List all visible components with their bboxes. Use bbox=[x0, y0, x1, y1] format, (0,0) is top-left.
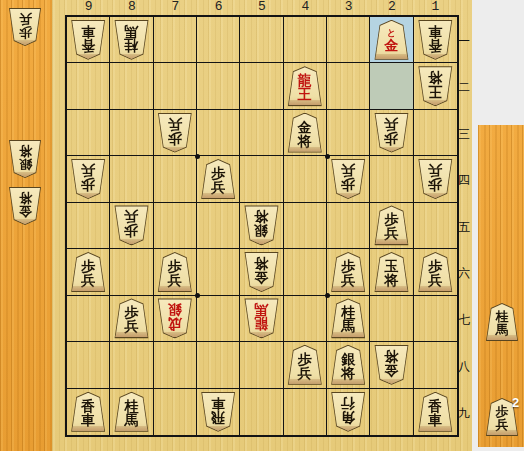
piece-kanji: 歩兵 bbox=[384, 212, 398, 240]
square-23[interactable]: 歩兵 bbox=[370, 110, 413, 156]
file-label-7: 7 bbox=[154, 0, 197, 14]
square-66[interactable] bbox=[197, 249, 240, 295]
square-24[interactable] bbox=[370, 156, 413, 202]
square-17[interactable] bbox=[414, 296, 457, 342]
shogi-app: 歩兵銀将金将 987654321 香車桂馬と金香車龍王王将歩兵金将歩兵歩兵歩兵歩… bbox=[0, 0, 524, 451]
square-19[interactable]: 香車 bbox=[414, 389, 457, 435]
piece-knight[interactable]: 桂馬 bbox=[330, 298, 366, 338]
piece-kanji: 香車 bbox=[428, 399, 442, 427]
piece-face: 歩兵 bbox=[158, 253, 192, 291]
piece-kanji: 歩兵 bbox=[496, 405, 509, 431]
square-59[interactable] bbox=[240, 389, 283, 435]
square-27[interactable] bbox=[370, 296, 413, 342]
piece-face: 桂馬 bbox=[114, 21, 148, 59]
square-73[interactable]: 歩兵 bbox=[154, 110, 197, 156]
piece-kanji: 成銀 bbox=[168, 303, 182, 331]
piece-pawn[interactable]: 歩兵 bbox=[417, 159, 453, 199]
square-15[interactable] bbox=[414, 203, 457, 249]
piece-pawn[interactable]: 歩兵 bbox=[70, 159, 106, 199]
piece-face: 桂馬 bbox=[486, 304, 518, 340]
square-51[interactable] bbox=[240, 17, 283, 63]
rank-label-8: 八 bbox=[456, 358, 472, 375]
piece-kanji: 桂馬 bbox=[124, 25, 138, 53]
piece-face: 桂馬 bbox=[331, 299, 365, 337]
square-88[interactable] bbox=[110, 342, 153, 388]
square-36[interactable]: 歩兵 bbox=[327, 249, 370, 295]
square-71[interactable] bbox=[154, 17, 197, 63]
piece-face: 王将 bbox=[418, 67, 452, 105]
piece-face: 金将 bbox=[9, 188, 41, 224]
piece-kanji: 歩兵 bbox=[81, 259, 95, 287]
square-58[interactable] bbox=[240, 342, 283, 388]
piece-face: 歩兵 bbox=[71, 160, 105, 198]
piece-face: と金 bbox=[374, 21, 408, 59]
file-label-5: 5 bbox=[240, 0, 283, 14]
piece-knight[interactable]: 桂馬 bbox=[485, 303, 519, 341]
piece-kanji: 龍馬 bbox=[254, 303, 268, 331]
piece-face: 玉将 bbox=[374, 253, 408, 291]
piece-kanji: 歩兵 bbox=[124, 210, 138, 238]
piece-face: 歩兵 bbox=[418, 160, 452, 198]
piece-kanji: 金将 bbox=[298, 120, 312, 148]
square-85[interactable]: 歩兵 bbox=[110, 203, 153, 249]
square-13[interactable] bbox=[414, 110, 457, 156]
piece-promoted-silver[interactable]: 成銀 bbox=[157, 298, 193, 338]
piece-face: 歩兵 bbox=[114, 206, 148, 244]
square-96[interactable]: 歩兵 bbox=[67, 249, 110, 295]
square-26[interactable]: 玉将 bbox=[370, 249, 413, 295]
piece-face: 飛車 bbox=[201, 393, 235, 431]
piece-kanji: 歩兵 bbox=[384, 118, 398, 146]
rank-label-6: 六 bbox=[456, 265, 472, 282]
piece-face: 銀将 bbox=[331, 346, 365, 384]
square-43[interactable]: 金将 bbox=[284, 110, 327, 156]
square-82[interactable] bbox=[110, 63, 153, 109]
piece-face: 龍馬 bbox=[244, 299, 278, 337]
square-16[interactable]: 歩兵 bbox=[414, 249, 457, 295]
piece-kanji: 歩兵 bbox=[428, 164, 442, 192]
board-grid: 香車桂馬と金香車龍王王将歩兵金将歩兵歩兵歩兵歩兵歩兵歩兵銀将歩兵歩兵歩兵金将歩兵… bbox=[65, 15, 459, 437]
piece-silver[interactable]: 銀将 bbox=[330, 345, 366, 385]
rank-label-3: 三 bbox=[456, 126, 472, 143]
square-39[interactable]: 角行 bbox=[327, 389, 370, 435]
piece-pawn[interactable]: 歩兵 bbox=[330, 252, 366, 292]
piece-face: 歩兵 bbox=[9, 9, 41, 45]
file-label-4: 4 bbox=[284, 0, 327, 14]
piece-pawn[interactable]: 歩兵 bbox=[330, 159, 366, 199]
piece-knight[interactable]: 桂馬 bbox=[113, 392, 149, 432]
file-label-2: 2 bbox=[370, 0, 413, 14]
square-67[interactable] bbox=[197, 296, 240, 342]
piece-face: 桂馬 bbox=[114, 393, 148, 431]
piece-pawn[interactable]: 歩兵 bbox=[417, 252, 453, 292]
square-94[interactable]: 歩兵 bbox=[67, 156, 110, 202]
piece-face: 歩兵 bbox=[331, 160, 365, 198]
piece-face: 香車 bbox=[418, 393, 452, 431]
piece-kanji: 王将 bbox=[428, 71, 442, 99]
square-55[interactable]: 銀将 bbox=[240, 203, 283, 249]
piece-king[interactable]: 玉将 bbox=[373, 252, 409, 292]
square-56[interactable]: 金将 bbox=[240, 249, 283, 295]
square-46[interactable] bbox=[284, 249, 327, 295]
hand-gote-pawn[interactable]: 歩兵 bbox=[8, 8, 42, 46]
piece-pawn[interactable]: 歩兵 bbox=[70, 252, 106, 292]
square-98[interactable] bbox=[67, 342, 110, 388]
shogi-board: 987654321 香車桂馬と金香車龍王王将歩兵金将歩兵歩兵歩兵歩兵歩兵歩兵銀将… bbox=[52, 0, 472, 451]
square-44[interactable] bbox=[284, 156, 327, 202]
gote-hand-tray: 歩兵銀将金将 bbox=[0, 0, 52, 451]
file-label-6: 6 bbox=[197, 0, 240, 14]
square-22[interactable] bbox=[370, 63, 413, 109]
rank-label-7: 七 bbox=[456, 312, 472, 329]
square-63[interactable] bbox=[197, 110, 240, 156]
piece-face: 歩兵 bbox=[114, 299, 148, 337]
piece-kanji: 歩兵 bbox=[124, 305, 138, 333]
piece-kanji: 歩兵 bbox=[341, 164, 355, 192]
square-21[interactable]: と金 bbox=[370, 17, 413, 63]
piece-kanji: 香車 bbox=[428, 25, 442, 53]
piece-bishop[interactable]: 角行 bbox=[330, 392, 366, 432]
piece-face: 龍王 bbox=[288, 67, 322, 105]
piece-pawn[interactable]: 歩兵 bbox=[373, 205, 409, 245]
piece-lance[interactable]: 香車 bbox=[417, 20, 453, 60]
piece-gold[interactable]: 金将 bbox=[373, 345, 409, 385]
piece-kanji: 玉将 bbox=[384, 259, 398, 287]
piece-kanji: と金 bbox=[384, 29, 398, 52]
square-29[interactable] bbox=[370, 389, 413, 435]
square-34[interactable]: 歩兵 bbox=[327, 156, 370, 202]
piece-kanji: 銀将 bbox=[254, 210, 268, 238]
piece-face: 銀将 bbox=[244, 206, 278, 244]
square-79[interactable] bbox=[154, 389, 197, 435]
piece-pawn[interactable]: 歩兵 bbox=[113, 298, 149, 338]
piece-face: 歩兵 bbox=[374, 206, 408, 244]
file-label-8: 8 bbox=[110, 0, 153, 14]
piece-kanji: 銀将 bbox=[19, 145, 32, 171]
piece-pawn[interactable]: 歩兵 bbox=[287, 345, 323, 385]
square-11[interactable]: 香車 bbox=[414, 17, 457, 63]
piece-kanji: 歩兵 bbox=[298, 352, 312, 380]
sente-hand-tray: 桂馬歩兵2 bbox=[478, 125, 524, 447]
file-label-1: 1 bbox=[414, 0, 457, 14]
piece-pawn[interactable]: 歩兵 bbox=[200, 159, 236, 199]
square-77[interactable]: 成銀 bbox=[154, 296, 197, 342]
square-12[interactable]: 王将 bbox=[414, 63, 457, 109]
piece-tokin[interactable]: と金 bbox=[373, 20, 409, 60]
piece-face: 歩兵 bbox=[331, 253, 365, 291]
piece-kanji: 歩兵 bbox=[19, 13, 32, 39]
square-99[interactable]: 香車 bbox=[67, 389, 110, 435]
square-69[interactable]: 飛車 bbox=[197, 389, 240, 435]
piece-lance[interactable]: 香車 bbox=[417, 392, 453, 432]
square-78[interactable] bbox=[154, 342, 197, 388]
square-53[interactable] bbox=[240, 110, 283, 156]
file-label-9: 9 bbox=[67, 0, 110, 14]
piece-face: 歩兵 bbox=[201, 160, 235, 198]
square-49[interactable] bbox=[284, 389, 327, 435]
piece-pawn[interactable]: 歩兵 bbox=[373, 113, 409, 153]
rank-label-1: 一 bbox=[456, 33, 472, 50]
square-97[interactable] bbox=[67, 296, 110, 342]
piece-gold[interactable]: 金将 bbox=[287, 113, 323, 153]
square-48[interactable]: 歩兵 bbox=[284, 342, 327, 388]
square-54[interactable] bbox=[240, 156, 283, 202]
piece-kanji: 龍王 bbox=[298, 73, 312, 101]
square-62[interactable] bbox=[197, 63, 240, 109]
piece-kanji: 銀将 bbox=[341, 352, 355, 380]
square-91[interactable]: 香車 bbox=[67, 17, 110, 63]
square-28[interactable]: 金将 bbox=[370, 342, 413, 388]
piece-face: 銀将 bbox=[9, 141, 41, 177]
square-95[interactable] bbox=[67, 203, 110, 249]
piece-gold[interactable]: 金将 bbox=[243, 252, 279, 292]
square-68[interactable] bbox=[197, 342, 240, 388]
piece-kanji: 歩兵 bbox=[211, 166, 225, 194]
piece-face: 角行 bbox=[331, 393, 365, 431]
hand-count: 2 bbox=[512, 395, 519, 410]
file-label-3: 3 bbox=[327, 0, 370, 14]
piece-kanji: 香車 bbox=[81, 25, 95, 53]
piece-kanji: 歩兵 bbox=[168, 259, 182, 287]
square-75[interactable] bbox=[154, 203, 197, 249]
piece-face: 歩兵 bbox=[418, 253, 452, 291]
piece-kanji: 歩兵 bbox=[81, 164, 95, 192]
square-31[interactable] bbox=[327, 17, 370, 63]
piece-kanji: 桂馬 bbox=[341, 305, 355, 333]
square-72[interactable] bbox=[154, 63, 197, 109]
square-41[interactable] bbox=[284, 17, 327, 63]
piece-kanji: 角行 bbox=[341, 397, 355, 425]
square-76[interactable]: 歩兵 bbox=[154, 249, 197, 295]
square-92[interactable] bbox=[67, 63, 110, 109]
rank-label-5: 五 bbox=[456, 219, 472, 236]
square-14[interactable]: 歩兵 bbox=[414, 156, 457, 202]
star-point bbox=[325, 293, 330, 298]
piece-face: 金将 bbox=[244, 253, 278, 291]
star-point bbox=[195, 293, 200, 298]
piece-knight[interactable]: 桂馬 bbox=[113, 20, 149, 60]
piece-kanji: 香車 bbox=[81, 399, 95, 427]
piece-face: 歩兵 bbox=[158, 114, 192, 152]
square-89[interactable]: 桂馬 bbox=[110, 389, 153, 435]
piece-pawn[interactable]: 歩兵 bbox=[113, 205, 149, 245]
piece-face: 金将 bbox=[288, 114, 322, 152]
hand-gote-silver[interactable]: 銀将 bbox=[8, 140, 42, 178]
piece-face: 歩兵 bbox=[288, 346, 322, 384]
piece-face: 香車 bbox=[418, 21, 452, 59]
piece-kanji: 桂馬 bbox=[124, 399, 138, 427]
piece-kanji: 金将 bbox=[384, 350, 398, 378]
rank-label-4: 四 bbox=[456, 172, 472, 189]
piece-dragon[interactable]: 龍王 bbox=[287, 66, 323, 106]
piece-kanji: 金将 bbox=[19, 192, 32, 218]
square-57[interactable]: 龍馬 bbox=[240, 296, 283, 342]
square-74[interactable] bbox=[154, 156, 197, 202]
star-point bbox=[325, 154, 330, 159]
square-45[interactable] bbox=[284, 203, 327, 249]
star-point bbox=[195, 154, 200, 159]
piece-kanji: 飛車 bbox=[211, 397, 225, 425]
piece-face: 香車 bbox=[71, 21, 105, 59]
piece-face: 歩兵 bbox=[71, 253, 105, 291]
square-65[interactable] bbox=[197, 203, 240, 249]
piece-kanji: 歩兵 bbox=[341, 259, 355, 287]
square-93[interactable] bbox=[67, 110, 110, 156]
square-61[interactable] bbox=[197, 17, 240, 63]
square-25[interactable]: 歩兵 bbox=[370, 203, 413, 249]
square-81[interactable]: 桂馬 bbox=[110, 17, 153, 63]
rank-label-9: 九 bbox=[456, 405, 472, 422]
square-37[interactable]: 桂馬 bbox=[327, 296, 370, 342]
square-87[interactable]: 歩兵 bbox=[110, 296, 153, 342]
piece-kanji: 桂馬 bbox=[496, 310, 509, 336]
square-47[interactable] bbox=[284, 296, 327, 342]
square-52[interactable] bbox=[240, 63, 283, 109]
square-83[interactable] bbox=[110, 110, 153, 156]
piece-silver[interactable]: 銀将 bbox=[243, 205, 279, 245]
square-18[interactable] bbox=[414, 342, 457, 388]
piece-pawn[interactable]: 歩兵 bbox=[157, 252, 193, 292]
square-33[interactable] bbox=[327, 110, 370, 156]
piece-kanji: 歩兵 bbox=[168, 118, 182, 146]
hand-gote-gold[interactable]: 金将 bbox=[8, 187, 42, 225]
square-32[interactable] bbox=[327, 63, 370, 109]
square-38[interactable]: 銀将 bbox=[327, 342, 370, 388]
piece-kanji: 金将 bbox=[254, 257, 268, 285]
square-64[interactable]: 歩兵 bbox=[197, 156, 240, 202]
piece-pawn[interactable]: 歩兵 bbox=[157, 113, 193, 153]
piece-rook[interactable]: 飛車 bbox=[200, 392, 236, 432]
square-84[interactable] bbox=[110, 156, 153, 202]
rank-label-2: 二 bbox=[456, 79, 472, 96]
piece-face: 金将 bbox=[374, 346, 408, 384]
piece-face: 成銀 bbox=[158, 299, 192, 337]
piece-king[interactable]: 王将 bbox=[417, 66, 453, 106]
square-86[interactable] bbox=[110, 249, 153, 295]
piece-horse[interactable]: 龍馬 bbox=[243, 298, 279, 338]
piece-lance[interactable]: 香車 bbox=[70, 20, 106, 60]
piece-lance[interactable]: 香車 bbox=[70, 392, 106, 432]
square-42[interactable]: 龍王 bbox=[284, 63, 327, 109]
piece-face: 香車 bbox=[71, 393, 105, 431]
piece-face: 歩兵 bbox=[374, 114, 408, 152]
piece-kanji: 歩兵 bbox=[428, 259, 442, 287]
square-35[interactable] bbox=[327, 203, 370, 249]
